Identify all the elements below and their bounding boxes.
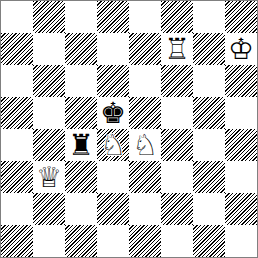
square-d2[interactable]: [97, 193, 129, 225]
white-king[interactable]: ♚♔: [225, 33, 257, 65]
white-knight[interactable]: ♞♘: [129, 129, 161, 161]
square-h5[interactable]: [225, 97, 257, 129]
square-g4[interactable]: [193, 129, 225, 161]
square-f3[interactable]: [161, 161, 193, 193]
square-a7[interactable]: [1, 33, 33, 65]
white-rook[interactable]: ♜♖: [161, 33, 193, 65]
square-h1[interactable]: [225, 225, 257, 257]
black-king-glyph: ♚: [97, 97, 129, 129]
square-c6[interactable]: [65, 65, 97, 97]
square-d3[interactable]: [97, 161, 129, 193]
black-king[interactable]: ♚: [97, 97, 129, 129]
square-b5[interactable]: [33, 97, 65, 129]
square-a2[interactable]: [1, 193, 33, 225]
square-d7[interactable]: [97, 33, 129, 65]
square-e7[interactable]: [129, 33, 161, 65]
white-rook-glyph: ♖: [161, 33, 193, 65]
square-b7[interactable]: [33, 33, 65, 65]
square-h8[interactable]: [225, 1, 257, 33]
square-c8[interactable]: [65, 1, 97, 33]
square-c1[interactable]: [65, 225, 97, 257]
black-rook[interactable]: ♜: [65, 129, 97, 161]
black-rook-glyph: ♜: [65, 129, 97, 161]
square-f8[interactable]: [161, 1, 193, 33]
white-queen[interactable]: ♛♕: [33, 161, 65, 193]
square-g3[interactable]: [193, 161, 225, 193]
square-e4[interactable]: ♞♘: [129, 129, 161, 161]
square-g1[interactable]: [193, 225, 225, 257]
white-knight[interactable]: ♞♘: [97, 129, 129, 161]
square-c2[interactable]: [65, 193, 97, 225]
square-a4[interactable]: [1, 129, 33, 161]
square-h4[interactable]: [225, 129, 257, 161]
square-h6[interactable]: [225, 65, 257, 97]
square-f5[interactable]: [161, 97, 193, 129]
white-knight-glyph: ♘: [129, 129, 161, 161]
square-b4[interactable]: [33, 129, 65, 161]
square-b2[interactable]: [33, 193, 65, 225]
square-e1[interactable]: [129, 225, 161, 257]
white-knight-glyph: ♘: [97, 129, 129, 161]
square-g5[interactable]: [193, 97, 225, 129]
square-h3[interactable]: [225, 161, 257, 193]
square-g8[interactable]: [193, 1, 225, 33]
square-e5[interactable]: [129, 97, 161, 129]
square-d5[interactable]: ♚: [97, 97, 129, 129]
square-g6[interactable]: [193, 65, 225, 97]
square-a6[interactable]: [1, 65, 33, 97]
square-h2[interactable]: [225, 193, 257, 225]
square-b8[interactable]: [33, 1, 65, 33]
square-e3[interactable]: [129, 161, 161, 193]
square-c7[interactable]: [65, 33, 97, 65]
white-queen-glyph: ♕: [33, 161, 65, 193]
square-g7[interactable]: [193, 33, 225, 65]
square-d1[interactable]: [97, 225, 129, 257]
square-a5[interactable]: [1, 97, 33, 129]
square-f7[interactable]: ♜♖: [161, 33, 193, 65]
white-king-glyph: ♔: [225, 33, 257, 65]
square-b6[interactable]: [33, 65, 65, 97]
square-c3[interactable]: [65, 161, 97, 193]
square-d6[interactable]: [97, 65, 129, 97]
square-d8[interactable]: [97, 1, 129, 33]
square-a1[interactable]: [1, 225, 33, 257]
square-a8[interactable]: [1, 1, 33, 33]
square-f2[interactable]: [161, 193, 193, 225]
square-e2[interactable]: [129, 193, 161, 225]
square-c5[interactable]: [65, 97, 97, 129]
square-g2[interactable]: [193, 193, 225, 225]
square-f1[interactable]: [161, 225, 193, 257]
square-f4[interactable]: [161, 129, 193, 161]
square-a3[interactable]: [1, 161, 33, 193]
square-h7[interactable]: ♚♔: [225, 33, 257, 65]
square-e6[interactable]: [129, 65, 161, 97]
square-c4[interactable]: ♜: [65, 129, 97, 161]
square-d4[interactable]: ♞♘: [97, 129, 129, 161]
square-b1[interactable]: [33, 225, 65, 257]
square-e8[interactable]: [129, 1, 161, 33]
square-b3[interactable]: ♛♕: [33, 161, 65, 193]
square-f6[interactable]: [161, 65, 193, 97]
chess-board: ♜♖♚♔♚♜♞♘♞♘♛♕: [0, 0, 258, 258]
